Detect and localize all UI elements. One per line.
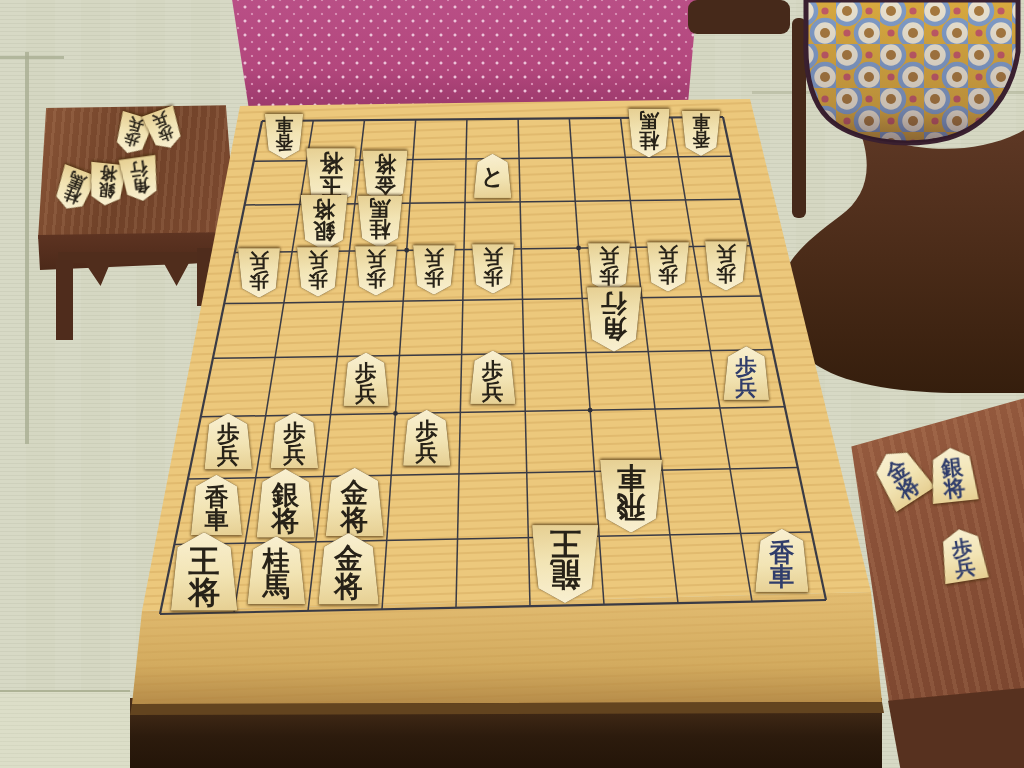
piece-歩兵-5f[interactable]: 歩兵 — [470, 350, 516, 404]
piece-kanji: 車 — [769, 564, 794, 589]
piece-歩兵-5d[interactable]: 歩兵 — [472, 245, 514, 295]
piece-kanji: 歩 — [736, 355, 757, 376]
piece-kanji: 兵 — [736, 376, 757, 397]
piece-kanji: 兵 — [217, 445, 239, 467]
stool-rail — [688, 0, 790, 34]
piece-kanji: 兵 — [953, 556, 977, 579]
piece-kanji: 行 — [129, 159, 149, 178]
piece-角行-3e[interactable]: 角行 — [587, 287, 642, 352]
piece-kanji: 兵 — [599, 246, 619, 265]
piece-kanji: 兵 — [482, 381, 503, 402]
stool-wood-pedestal — [777, 126, 1024, 393]
piece-kanji: 桂 — [370, 219, 391, 240]
piece-kanji: 王 — [188, 546, 219, 577]
piece-kanji: 将 — [341, 506, 368, 533]
piece-kanji: 兵 — [355, 383, 376, 404]
piece-kanji: 角 — [601, 315, 627, 340]
piece-kanji: 歩 — [716, 263, 736, 282]
piece-香車-1a[interactable]: 香車 — [681, 110, 720, 155]
piece-桂馬-7c[interactable]: 桂馬 — [358, 196, 403, 249]
piece-kanji: 桂 — [639, 130, 659, 149]
piece-kanji: 兵 — [249, 250, 269, 269]
piece-kanji: 飛 — [616, 492, 645, 521]
piece-桂馬-8i[interactable]: 桂馬 — [247, 536, 305, 604]
piece-kanji: 車 — [204, 509, 228, 533]
piece-kanji: 兵 — [151, 110, 171, 130]
piece-歩兵-9d[interactable]: 歩兵 — [238, 248, 280, 298]
piece-香車-9h[interactable]: 香車 — [191, 475, 242, 535]
piece-桂馬-2a[interactable]: 桂馬 — [628, 108, 670, 157]
piece-歩兵-6d[interactable]: 歩兵 — [413, 245, 455, 295]
piece-kanji: 金 — [341, 479, 368, 506]
piece-歩兵-black-hand[interactable]: 歩兵 — [937, 526, 989, 584]
piece-角行-white-hand[interactable]: 角行 — [119, 155, 162, 203]
piece-歩兵-6g[interactable]: 歩兵 — [403, 410, 451, 466]
piece-kanji: 兵 — [366, 249, 386, 268]
piece-kanji: 兵 — [483, 247, 503, 266]
piece-kanji: 兵 — [415, 441, 437, 463]
piece-歩兵-8g[interactable]: 歩兵 — [271, 412, 319, 468]
piece-kanji: 将 — [374, 153, 395, 174]
piece-kanji: 兵 — [716, 244, 736, 263]
piece-kanji: 将 — [272, 507, 299, 534]
piece-kanji: 歩 — [658, 264, 678, 283]
piece-kanji: 香 — [275, 134, 293, 152]
piece-kanji: 銀 — [313, 219, 335, 241]
piece-王将-9i[interactable]: 王将 — [171, 532, 237, 610]
piece-kanji: 龍 — [550, 559, 581, 590]
piece-kanji: 馬 — [67, 169, 88, 190]
piece-kanji: 銀 — [272, 481, 299, 508]
piece-銀将-black-hand[interactable]: 銀将 — [927, 445, 978, 504]
piece-銀将-8h[interactable]: 銀将 — [257, 469, 315, 537]
piece-kanji: 兵 — [308, 250, 328, 269]
piece-kanji: 馬 — [263, 575, 290, 602]
piece-kanji: 歩 — [483, 267, 503, 286]
piece-歩兵-3d[interactable]: 歩兵 — [588, 243, 630, 293]
piece-kanji: 将 — [319, 151, 342, 174]
piece-香車-9a[interactable]: 香車 — [265, 114, 304, 159]
piece-kanji: 歩 — [482, 360, 503, 381]
piece-銀将-8c[interactable]: 銀将 — [301, 195, 348, 251]
piece-歩兵-2d[interactable]: 歩兵 — [647, 242, 689, 292]
piece-kanji: 馬 — [639, 111, 659, 130]
board-front-lip — [130, 702, 884, 715]
piece-kanji: 将 — [943, 477, 967, 500]
piece-kanji: 車 — [616, 463, 645, 492]
piece-kanji: 車 — [275, 116, 293, 134]
piece-kanji: 将 — [313, 198, 335, 220]
piece-kanji: 香 — [692, 130, 710, 148]
piece-と-5b[interactable]: と — [474, 154, 512, 199]
piece-kanji: 行 — [601, 290, 627, 315]
piece-kanji: 兵 — [283, 444, 305, 466]
piece-歩兵-1f[interactable]: 歩兵 — [723, 346, 769, 400]
piece-kanji: 馬 — [370, 198, 391, 219]
piece-香車-1i[interactable]: 香車 — [755, 529, 808, 592]
piece-kanji: 兵 — [658, 245, 678, 264]
piece-kanji: 王 — [550, 529, 581, 560]
piece-歩兵-1d[interactable]: 歩兵 — [705, 242, 747, 292]
piece-kanji: 将 — [334, 573, 363, 601]
piece-金将-7h[interactable]: 金将 — [326, 468, 384, 536]
piece-歩兵-7d[interactable]: 歩兵 — [355, 246, 397, 296]
piece-kanji: 歩 — [424, 267, 444, 286]
piece-kanji: と — [481, 165, 504, 187]
piece-龍王-4i[interactable]: 龍王 — [532, 525, 598, 603]
piece-歩兵-9g[interactable]: 歩兵 — [204, 413, 252, 469]
piece-kanji: 車 — [692, 112, 710, 130]
board-front-grain — [132, 592, 882, 704]
piece-kanji: 兵 — [424, 248, 444, 267]
piece-kanji: 玉 — [319, 174, 342, 197]
piece-kanji: 歩 — [599, 265, 619, 284]
piece-歩兵-8d[interactable]: 歩兵 — [297, 247, 339, 297]
piece-kanji: 歩 — [366, 268, 386, 287]
piece-歩兵-7f[interactable]: 歩兵 — [343, 353, 389, 407]
piece-kanji: 歩 — [355, 362, 376, 383]
piece-金将-7i[interactable]: 金将 — [318, 533, 379, 605]
piece-飛車-3h[interactable]: 飛車 — [600, 460, 662, 533]
piece-kanji: 将 — [188, 576, 219, 607]
piece-kanji: 金 — [374, 174, 395, 195]
stool-fabric-shading — [806, 0, 1018, 143]
piece-kanji: 将 — [99, 164, 118, 182]
